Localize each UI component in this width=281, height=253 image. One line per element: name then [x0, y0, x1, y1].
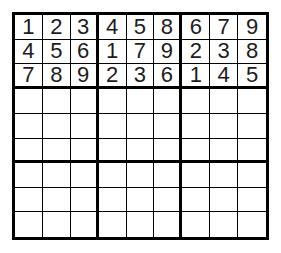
sudoku-cell-empty[interactable]: [154, 212, 182, 237]
sudoku-cell-empty[interactable]: [43, 114, 71, 139]
sudoku-cell-empty[interactable]: [71, 188, 99, 213]
sudoku-cell-given: 6: [71, 40, 99, 65]
sudoku-cell-empty[interactable]: [15, 212, 43, 237]
sudoku-cell-given: 8: [154, 15, 182, 40]
sudoku-cell-empty[interactable]: [210, 89, 238, 114]
sudoku-cell-empty[interactable]: [127, 139, 155, 164]
sudoku-cell-empty[interactable]: [154, 114, 182, 139]
sudoku-cell-empty[interactable]: [210, 114, 238, 139]
sudoku-cell-empty[interactable]: [182, 212, 210, 237]
sudoku-cell-empty[interactable]: [154, 188, 182, 213]
sudoku-cell-empty[interactable]: [15, 114, 43, 139]
sudoku-cell-empty[interactable]: [238, 163, 266, 188]
sudoku-cell-given: 2: [182, 40, 210, 65]
sudoku-cell-given: 8: [238, 40, 266, 65]
sudoku-cell-given: 3: [210, 40, 238, 65]
sudoku-cell-empty[interactable]: [210, 212, 238, 237]
sudoku-cell-given: 2: [43, 15, 71, 40]
sudoku-cell-empty[interactable]: [238, 89, 266, 114]
sudoku-cell-empty[interactable]: [238, 188, 266, 213]
sudoku-cell-given: 1: [99, 40, 127, 65]
sudoku-cell-empty[interactable]: [99, 89, 127, 114]
sudoku-cell-empty[interactable]: [154, 139, 182, 164]
sudoku-cell-empty[interactable]: [71, 114, 99, 139]
sudoku-cell-empty[interactable]: [238, 139, 266, 164]
sudoku-cell-empty[interactable]: [127, 114, 155, 139]
sudoku-cell-empty[interactable]: [99, 188, 127, 213]
sudoku-cell-given: 3: [127, 64, 155, 89]
sudoku-cell-empty[interactable]: [71, 89, 99, 114]
sudoku-cell-empty[interactable]: [99, 114, 127, 139]
sudoku-board: 123458679456179238789236145: [12, 12, 269, 240]
sudoku-cell-given: 7: [127, 40, 155, 65]
sudoku-cell-empty[interactable]: [127, 188, 155, 213]
sudoku-cell-given: 3: [71, 15, 99, 40]
sudoku-cell-empty[interactable]: [43, 188, 71, 213]
sudoku-cell-given: 5: [43, 40, 71, 65]
sudoku-cell-given: 9: [238, 15, 266, 40]
sudoku-cell-empty[interactable]: [99, 139, 127, 164]
sudoku-cell-given: 4: [99, 15, 127, 40]
sudoku-cell-empty[interactable]: [99, 163, 127, 188]
sudoku-cell-empty[interactable]: [71, 139, 99, 164]
sudoku-cell-empty[interactable]: [154, 163, 182, 188]
sudoku-cell-empty[interactable]: [182, 89, 210, 114]
sudoku-cell-given: 2: [99, 64, 127, 89]
sudoku-cell-empty[interactable]: [71, 212, 99, 237]
sudoku-cell-given: 4: [15, 40, 43, 65]
sudoku-cell-given: 1: [15, 15, 43, 40]
sudoku-cell-empty[interactable]: [127, 89, 155, 114]
sudoku-cell-empty[interactable]: [43, 139, 71, 164]
sudoku-cell-empty[interactable]: [43, 163, 71, 188]
sudoku-cell-given: 9: [71, 64, 99, 89]
sudoku-cell-empty[interactable]: [127, 163, 155, 188]
sudoku-cell-given: 4: [210, 64, 238, 89]
sudoku-cell-empty[interactable]: [182, 163, 210, 188]
sudoku-cell-empty[interactable]: [99, 212, 127, 237]
sudoku-cell-given: 7: [15, 64, 43, 89]
sudoku-cell-given: 1: [182, 64, 210, 89]
sudoku-cell-given: 6: [182, 15, 210, 40]
sudoku-cell-empty[interactable]: [182, 139, 210, 164]
sudoku-cell-empty[interactable]: [182, 114, 210, 139]
sudoku-cell-empty[interactable]: [182, 188, 210, 213]
sudoku-cell-given: 9: [154, 40, 182, 65]
sudoku-cell-empty[interactable]: [43, 212, 71, 237]
sudoku-cell-empty[interactable]: [127, 212, 155, 237]
sudoku-cell-given: 7: [210, 15, 238, 40]
sudoku-cell-empty[interactable]: [154, 89, 182, 114]
sudoku-cell-empty[interactable]: [238, 114, 266, 139]
sudoku-cell-empty[interactable]: [210, 163, 238, 188]
sudoku-cell-empty[interactable]: [71, 163, 99, 188]
sudoku-cell-given: 8: [43, 64, 71, 89]
sudoku-cell-empty[interactable]: [210, 139, 238, 164]
sudoku-cell-empty[interactable]: [15, 163, 43, 188]
sudoku-cell-given: 5: [127, 15, 155, 40]
sudoku-cell-empty[interactable]: [238, 212, 266, 237]
sudoku-cell-empty[interactable]: [15, 188, 43, 213]
sudoku-cell-empty[interactable]: [15, 89, 43, 114]
sudoku-cell-empty[interactable]: [43, 89, 71, 114]
sudoku-cell-empty[interactable]: [210, 188, 238, 213]
sudoku-cell-given: 5: [238, 64, 266, 89]
sudoku-cell-given: 6: [154, 64, 182, 89]
sudoku-cell-empty[interactable]: [15, 139, 43, 164]
